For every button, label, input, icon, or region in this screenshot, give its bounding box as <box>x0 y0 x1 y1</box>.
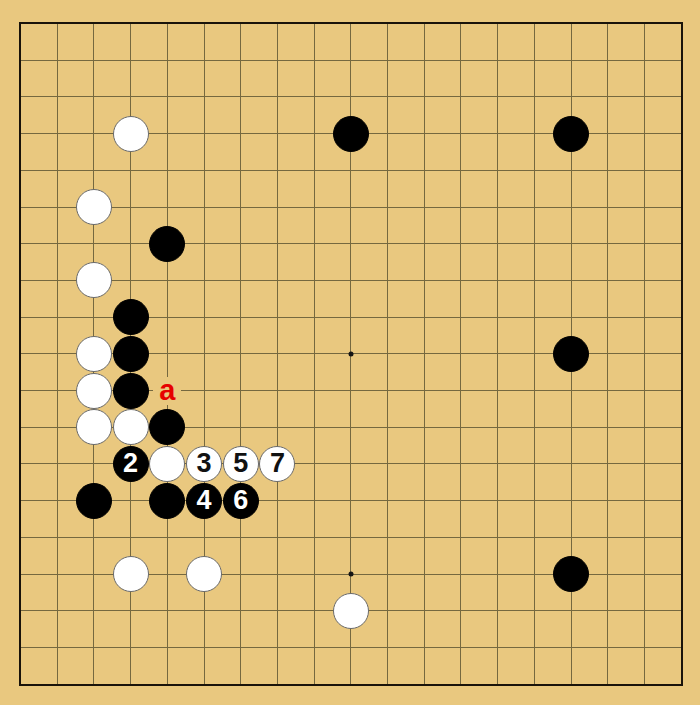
stone-white[interactable] <box>76 262 112 298</box>
stone-black-move-4[interactable]: 4 <box>186 483 222 519</box>
stone-white[interactable] <box>333 593 369 629</box>
go-board[interactable]: a235746 <box>0 0 700 705</box>
stone-black[interactable] <box>113 299 149 335</box>
stone-black[interactable] <box>149 409 185 445</box>
stone-white[interactable] <box>76 409 112 445</box>
stone-white[interactable] <box>186 556 222 592</box>
stone-black[interactable] <box>333 116 369 152</box>
stone-white-move-3[interactable]: 3 <box>186 446 222 482</box>
stone-white[interactable] <box>149 446 185 482</box>
stone-black[interactable] <box>113 373 149 409</box>
stone-black[interactable] <box>553 116 589 152</box>
star-point <box>348 351 353 356</box>
stone-white[interactable] <box>76 189 112 225</box>
stone-white[interactable] <box>113 409 149 445</box>
stone-white[interactable] <box>113 556 149 592</box>
stone-black-move-6[interactable]: 6 <box>223 483 259 519</box>
stone-black[interactable] <box>149 226 185 262</box>
stone-black-move-2[interactable]: 2 <box>113 446 149 482</box>
stone-black[interactable] <box>553 336 589 372</box>
stone-white[interactable] <box>113 116 149 152</box>
stone-white-move-5[interactable]: 5 <box>223 446 259 482</box>
stone-white[interactable] <box>76 373 112 409</box>
stone-black[interactable] <box>553 556 589 592</box>
stone-black[interactable] <box>149 483 185 519</box>
stone-black[interactable] <box>113 336 149 372</box>
stone-black[interactable] <box>76 483 112 519</box>
point-label-a[interactable]: a <box>153 377 181 405</box>
stone-white[interactable] <box>76 336 112 372</box>
stone-white-move-7[interactable]: 7 <box>259 446 295 482</box>
star-point <box>348 572 353 577</box>
